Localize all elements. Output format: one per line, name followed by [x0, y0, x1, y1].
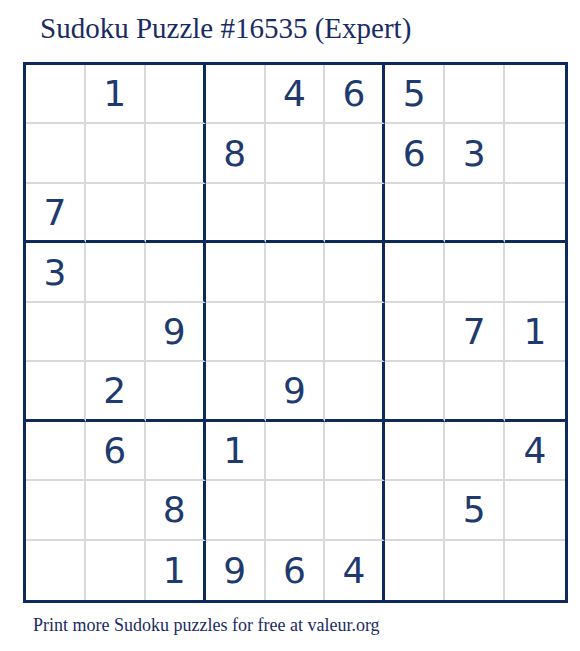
cell-r5c5 — [266, 303, 326, 362]
cell-r3c5 — [266, 184, 326, 243]
cell-r4c8 — [445, 243, 505, 302]
cell-r5c3: 9 — [146, 303, 206, 362]
cell-r1c3 — [146, 65, 206, 124]
cell-r4c7 — [385, 243, 445, 302]
cell-r1c2: 1 — [86, 65, 146, 124]
footer-text: Print more Sudoku puzzles for free at va… — [33, 615, 380, 636]
cell-r2c3 — [146, 124, 206, 183]
cell-r4c1: 3 — [26, 243, 86, 302]
cell-r6c6 — [325, 362, 385, 421]
cell-r4c6 — [325, 243, 385, 302]
cell-r2c6 — [325, 124, 385, 183]
cell-r5c8: 7 — [445, 303, 505, 362]
cell-r3c8 — [445, 184, 505, 243]
cell-r6c2: 2 — [86, 362, 146, 421]
cell-r1c1 — [26, 65, 86, 124]
cell-r8c7 — [385, 481, 445, 540]
cell-r8c1 — [26, 481, 86, 540]
cell-r3c1: 7 — [26, 184, 86, 243]
cell-r7c9: 4 — [505, 422, 565, 481]
cell-r1c8 — [445, 65, 505, 124]
cell-r9c2 — [86, 541, 146, 600]
cell-r2c8: 3 — [445, 124, 505, 183]
cell-r9c7 — [385, 541, 445, 600]
cell-r8c8: 5 — [445, 481, 505, 540]
cell-r8c2 — [86, 481, 146, 540]
cell-r8c6 — [325, 481, 385, 540]
cell-r4c2 — [86, 243, 146, 302]
cell-r5c2 — [86, 303, 146, 362]
cell-r1c6: 6 — [325, 65, 385, 124]
cell-r4c9 — [505, 243, 565, 302]
cell-r7c6 — [325, 422, 385, 481]
cell-r1c4 — [206, 65, 266, 124]
cell-r1c9 — [505, 65, 565, 124]
cell-r9c1 — [26, 541, 86, 600]
cell-r3c7 — [385, 184, 445, 243]
cell-r8c5 — [266, 481, 326, 540]
cell-r4c5 — [266, 243, 326, 302]
cell-r7c5 — [266, 422, 326, 481]
cell-r2c5 — [266, 124, 326, 183]
cell-r6c8 — [445, 362, 505, 421]
cell-r5c1 — [26, 303, 86, 362]
cell-r5c9: 1 — [505, 303, 565, 362]
cell-r7c3 — [146, 422, 206, 481]
cell-r6c3 — [146, 362, 206, 421]
cell-r1c7: 5 — [385, 65, 445, 124]
cell-r5c7 — [385, 303, 445, 362]
cell-r2c4: 8 — [206, 124, 266, 183]
cell-r3c2 — [86, 184, 146, 243]
cell-r7c8 — [445, 422, 505, 481]
cell-r8c4 — [206, 481, 266, 540]
page-title: Sudoku Puzzle #16535 (Expert) — [40, 12, 411, 45]
cell-r9c8 — [445, 541, 505, 600]
cell-r4c4 — [206, 243, 266, 302]
cell-r2c9 — [505, 124, 565, 183]
cell-r8c9 — [505, 481, 565, 540]
cell-r5c6 — [325, 303, 385, 362]
cell-r2c7: 6 — [385, 124, 445, 183]
cell-r7c1 — [26, 422, 86, 481]
cell-r2c1 — [26, 124, 86, 183]
cell-r9c6: 4 — [325, 541, 385, 600]
cell-r6c1 — [26, 362, 86, 421]
cell-r9c5: 6 — [266, 541, 326, 600]
cell-r8c3: 8 — [146, 481, 206, 540]
cell-r3c9 — [505, 184, 565, 243]
page: Sudoku Puzzle #16535 (Expert) 1465863739… — [0, 0, 580, 651]
cell-r6c5: 9 — [266, 362, 326, 421]
cell-r4c3 — [146, 243, 206, 302]
cell-r9c9 — [505, 541, 565, 600]
cell-r6c4 — [206, 362, 266, 421]
cell-r7c7 — [385, 422, 445, 481]
cell-r3c4 — [206, 184, 266, 243]
cell-r5c4 — [206, 303, 266, 362]
cell-r3c6 — [325, 184, 385, 243]
cell-r7c4: 1 — [206, 422, 266, 481]
sudoku-grid: 14658637397129614851964 — [23, 62, 568, 603]
cell-r6c9 — [505, 362, 565, 421]
cell-r2c2 — [86, 124, 146, 183]
cell-r9c4: 9 — [206, 541, 266, 600]
cell-r9c3: 1 — [146, 541, 206, 600]
cell-r6c7 — [385, 362, 445, 421]
cell-r1c5: 4 — [266, 65, 326, 124]
cell-r3c3 — [146, 184, 206, 243]
cell-r7c2: 6 — [86, 422, 146, 481]
